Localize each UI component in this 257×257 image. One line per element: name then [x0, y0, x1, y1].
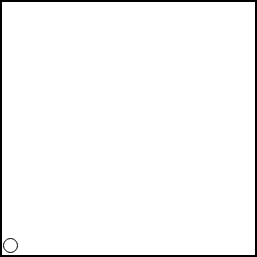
turn-indicator-circle — [3, 238, 18, 253]
chess-board[interactable] — [14, 2, 254, 242]
rank-labels — [2, 2, 14, 242]
chess-diagram — [0, 0, 257, 257]
file-labels — [14, 242, 254, 255]
